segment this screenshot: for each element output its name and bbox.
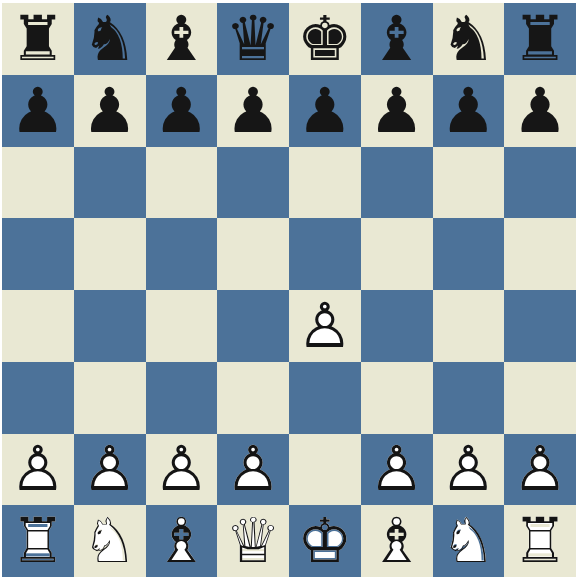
square-a2[interactable]: ♟♙ [2, 434, 74, 506]
white-piece-outline-icon: ♘ [74, 505, 146, 577]
square-c1[interactable]: ♝♗ [146, 505, 218, 577]
black-piece-fill-icon: ♞ [74, 3, 146, 75]
square-h1[interactable]: ♜♖ [504, 505, 576, 577]
square-e1[interactable]: ♚♔ [289, 505, 361, 577]
square-h8[interactable]: ♜ [504, 3, 576, 75]
black-pawn-piece[interactable]: ♟ [504, 75, 576, 147]
square-d1[interactable]: ♛♕ [217, 505, 289, 577]
white-bishop-piece[interactable]: ♝♗ [361, 505, 433, 577]
square-h3[interactable] [504, 362, 576, 434]
square-b2[interactable]: ♟♙ [74, 434, 146, 506]
square-f3[interactable] [361, 362, 433, 434]
white-piece-outline-icon: ♙ [289, 290, 361, 362]
square-d8[interactable]: ♛ [217, 3, 289, 75]
black-piece-fill-icon: ♜ [2, 3, 74, 75]
square-c5[interactable] [146, 218, 218, 290]
white-piece-outline-icon: ♙ [217, 434, 289, 506]
black-pawn-piece[interactable]: ♟ [361, 75, 433, 147]
black-bishop-piece[interactable]: ♝ [361, 3, 433, 75]
black-piece-fill-icon: ♚ [289, 3, 361, 75]
white-pawn-piece[interactable]: ♟♙ [289, 290, 361, 362]
square-a3[interactable] [2, 362, 74, 434]
white-piece-outline-icon: ♙ [2, 434, 74, 506]
square-f4[interactable] [361, 290, 433, 362]
black-piece-fill-icon: ♛ [217, 3, 289, 75]
black-piece-fill-icon: ♜ [504, 3, 576, 75]
white-piece-outline-icon: ♙ [361, 434, 433, 506]
square-d4[interactable] [217, 290, 289, 362]
square-a6[interactable] [2, 147, 74, 219]
white-rook-piece[interactable]: ♜♖ [2, 505, 74, 577]
white-piece-outline-icon: ♙ [504, 434, 576, 506]
black-piece-fill-icon: ♞ [433, 3, 505, 75]
black-queen-piece[interactable]: ♛ [217, 3, 289, 75]
square-b4[interactable] [74, 290, 146, 362]
square-b8[interactable]: ♞ [74, 3, 146, 75]
square-g5[interactable] [433, 218, 505, 290]
square-c2[interactable]: ♟♙ [146, 434, 218, 506]
white-pawn-piece[interactable]: ♟♙ [217, 434, 289, 506]
square-h7[interactable]: ♟ [504, 75, 576, 147]
black-pawn-piece[interactable]: ♟ [433, 75, 505, 147]
square-h4[interactable] [504, 290, 576, 362]
white-piece-outline-icon: ♕ [217, 505, 289, 577]
square-c3[interactable] [146, 362, 218, 434]
white-piece-outline-icon: ♙ [146, 434, 218, 506]
white-rook-piece[interactable]: ♜♖ [504, 505, 576, 577]
white-piece-outline-icon: ♗ [146, 505, 218, 577]
square-f1[interactable]: ♝♗ [361, 505, 433, 577]
white-pawn-piece[interactable]: ♟♙ [74, 434, 146, 506]
white-piece-outline-icon: ♔ [289, 505, 361, 577]
square-g6[interactable] [433, 147, 505, 219]
square-f7[interactable]: ♟ [361, 75, 433, 147]
square-c4[interactable] [146, 290, 218, 362]
square-d6[interactable] [217, 147, 289, 219]
black-pawn-piece[interactable]: ♟ [74, 75, 146, 147]
square-g1[interactable]: ♞♘ [433, 505, 505, 577]
square-f2[interactable]: ♟♙ [361, 434, 433, 506]
square-a5[interactable] [2, 218, 74, 290]
black-king-piece[interactable]: ♚ [289, 3, 361, 75]
white-pawn-piece[interactable]: ♟♙ [433, 434, 505, 506]
black-rook-piece[interactable]: ♜ [2, 3, 74, 75]
black-piece-fill-icon: ♟ [2, 75, 74, 147]
black-pawn-piece[interactable]: ♟ [289, 75, 361, 147]
square-b5[interactable] [74, 218, 146, 290]
square-c7[interactable]: ♟ [146, 75, 218, 147]
white-piece-outline-icon: ♖ [2, 505, 74, 577]
square-c6[interactable] [146, 147, 218, 219]
square-b3[interactable] [74, 362, 146, 434]
white-king-piece[interactable]: ♚♔ [289, 505, 361, 577]
square-e3[interactable] [289, 362, 361, 434]
square-e4[interactable]: ♟♙ [289, 290, 361, 362]
square-a7[interactable]: ♟ [2, 75, 74, 147]
white-pawn-piece[interactable]: ♟♙ [2, 434, 74, 506]
square-g3[interactable] [433, 362, 505, 434]
black-piece-fill-icon: ♟ [433, 75, 505, 147]
square-a4[interactable] [2, 290, 74, 362]
square-d3[interactable] [217, 362, 289, 434]
black-bishop-piece[interactable]: ♝ [146, 3, 218, 75]
black-pawn-piece[interactable]: ♟ [217, 75, 289, 147]
square-h6[interactable] [504, 147, 576, 219]
square-d7[interactable]: ♟ [217, 75, 289, 147]
black-piece-fill-icon: ♝ [361, 3, 433, 75]
chessboard: ♜♞♝♛♚♝♞♜♟♟♟♟♟♟♟♟♟♙♟♙♟♙♟♙♟♙♟♙♟♙♟♙♜♖♞♘♝♗♛♕… [2, 3, 576, 577]
square-g7[interactable]: ♟ [433, 75, 505, 147]
white-piece-outline-icon: ♖ [504, 505, 576, 577]
square-g4[interactable] [433, 290, 505, 362]
black-piece-fill-icon: ♟ [74, 75, 146, 147]
white-piece-outline-icon: ♙ [433, 434, 505, 506]
square-f8[interactable]: ♝ [361, 3, 433, 75]
square-g2[interactable]: ♟♙ [433, 434, 505, 506]
square-e8[interactable]: ♚ [289, 3, 361, 75]
square-d2[interactable]: ♟♙ [217, 434, 289, 506]
square-g8[interactable]: ♞ [433, 3, 505, 75]
black-knight-piece[interactable]: ♞ [74, 3, 146, 75]
black-piece-fill-icon: ♟ [146, 75, 218, 147]
black-piece-fill-icon: ♟ [289, 75, 361, 147]
white-piece-outline-icon: ♙ [74, 434, 146, 506]
black-piece-fill-icon: ♟ [504, 75, 576, 147]
square-h2[interactable]: ♟♙ [504, 434, 576, 506]
white-queen-piece[interactable]: ♛♕ [217, 505, 289, 577]
square-f6[interactable] [361, 147, 433, 219]
white-bishop-piece[interactable]: ♝♗ [146, 505, 218, 577]
white-piece-outline-icon: ♗ [361, 505, 433, 577]
white-pawn-piece[interactable]: ♟♙ [504, 434, 576, 506]
square-e2[interactable] [289, 434, 361, 506]
square-e6[interactable] [289, 147, 361, 219]
square-b6[interactable] [74, 147, 146, 219]
black-piece-fill-icon: ♟ [217, 75, 289, 147]
white-piece-outline-icon: ♘ [433, 505, 505, 577]
square-b1[interactable]: ♞♘ [74, 505, 146, 577]
square-h5[interactable] [504, 218, 576, 290]
square-a1[interactable]: ♜♖ [2, 505, 74, 577]
square-e5[interactable] [289, 218, 361, 290]
black-pawn-piece[interactable]: ♟ [146, 75, 218, 147]
black-knight-piece[interactable]: ♞ [433, 3, 505, 75]
white-pawn-piece[interactable]: ♟♙ [146, 434, 218, 506]
square-c8[interactable]: ♝ [146, 3, 218, 75]
square-d5[interactable] [217, 218, 289, 290]
square-e7[interactable]: ♟ [289, 75, 361, 147]
square-b7[interactable]: ♟ [74, 75, 146, 147]
black-piece-fill-icon: ♝ [146, 3, 218, 75]
black-rook-piece[interactable]: ♜ [504, 3, 576, 75]
black-piece-fill-icon: ♟ [361, 75, 433, 147]
square-f5[interactable] [361, 218, 433, 290]
white-pawn-piece[interactable]: ♟♙ [361, 434, 433, 506]
white-knight-piece[interactable]: ♞♘ [74, 505, 146, 577]
white-knight-piece[interactable]: ♞♘ [433, 505, 505, 577]
square-a8[interactable]: ♜ [2, 3, 74, 75]
black-pawn-piece[interactable]: ♟ [2, 75, 74, 147]
